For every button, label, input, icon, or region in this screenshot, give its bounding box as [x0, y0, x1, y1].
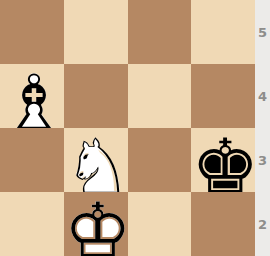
piece-white-bishop[interactable]: ♝♗ — [0, 64, 64, 128]
piece-white-king[interactable]: ♚♔ — [64, 192, 128, 256]
square-d4[interactable] — [191, 64, 255, 128]
rank-label-2: 2 — [255, 192, 270, 256]
square-a4[interactable]: ♝♗ — [0, 64, 64, 128]
piece-black-king[interactable]: ♚ — [191, 128, 255, 192]
rank-coordinates-gutter: 5432 — [255, 0, 270, 256]
rank-label-5: 5 — [255, 0, 270, 64]
square-b5[interactable] — [64, 0, 128, 64]
chess-board-screenshot: ♝♗♞♘♚♚♔ 5432 — [0, 0, 270, 256]
rank-label-4: 4 — [255, 64, 270, 128]
square-b2[interactable]: ♚♔ — [64, 192, 128, 256]
square-c2[interactable] — [128, 192, 192, 256]
chess-board: ♝♗♞♘♚♚♔ — [0, 0, 255, 256]
square-a2[interactable] — [0, 192, 64, 256]
square-c4[interactable] — [128, 64, 192, 128]
square-d2[interactable] — [191, 192, 255, 256]
square-a3[interactable] — [0, 128, 64, 192]
piece-white-knight[interactable]: ♞♘ — [64, 128, 128, 192]
square-b4[interactable] — [64, 64, 128, 128]
rank-label-3: 3 — [255, 128, 270, 192]
square-d3[interactable]: ♚ — [191, 128, 255, 192]
square-b3[interactable]: ♞♘ — [64, 128, 128, 192]
square-c3[interactable] — [128, 128, 192, 192]
square-a5[interactable] — [0, 0, 64, 64]
piece-outline-layer: ♔ — [64, 193, 132, 256]
square-c5[interactable] — [128, 0, 192, 64]
square-d5[interactable] — [191, 0, 255, 64]
